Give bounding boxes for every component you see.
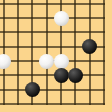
white-stone[interactable] [54,54,69,69]
black-stone[interactable] [54,68,69,83]
black-stone[interactable] [68,68,83,83]
grid-line-vertical [103,0,105,105]
grid-line-horizontal [0,103,105,105]
white-stone[interactable] [0,54,11,69]
go-board[interactable] [0,0,112,112]
white-stone[interactable] [54,11,69,26]
black-stone[interactable] [25,82,40,97]
grid-line-horizontal [0,89,105,91]
white-stone[interactable] [39,54,54,69]
black-stone[interactable] [82,39,97,54]
